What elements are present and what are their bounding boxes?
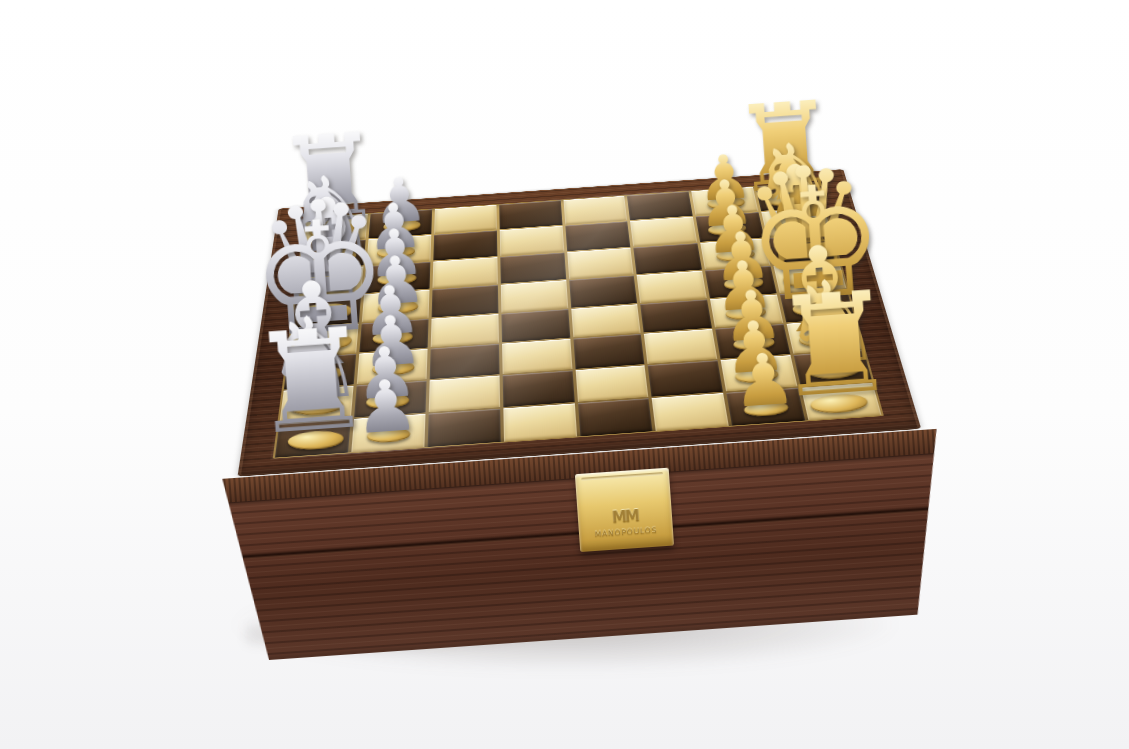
square-a6	[627, 191, 693, 220]
square-e7	[710, 294, 783, 327]
product-photo: ♜♟♟♜♞♟♟♞♝♟♟♝♛♟♟♛♚♟♟♚♝♟♟♝♞♟♟♞♜♟♟♜ MM MANO…	[0, 0, 1129, 749]
square-c6	[634, 243, 703, 274]
square-b6	[630, 217, 697, 247]
square-a3	[434, 205, 497, 234]
square-e1	[288, 324, 359, 358]
brand-logo-icon: MM	[611, 507, 638, 527]
square-a5	[563, 196, 627, 225]
square-e4	[501, 309, 570, 343]
square-c7	[700, 238, 770, 269]
square-g8	[794, 350, 872, 386]
square-c1	[296, 266, 363, 297]
square-b5	[565, 221, 631, 251]
square-e6	[641, 299, 713, 332]
square-d4	[500, 280, 567, 312]
square-d2	[362, 290, 430, 322]
square-e5	[571, 304, 641, 337]
square-h2	[351, 414, 425, 452]
square-b4	[499, 226, 563, 256]
square-f2	[357, 349, 428, 384]
square-b1	[299, 240, 365, 270]
square-a2	[368, 209, 431, 238]
square-g1	[279, 386, 353, 423]
square-h5	[578, 398, 653, 436]
brand-name: MANOPOULOS	[594, 526, 657, 539]
square-e8	[780, 289, 855, 322]
square-c2	[364, 262, 430, 293]
square-b3	[433, 230, 497, 260]
clasp: MM MANOPOULOS	[575, 468, 674, 552]
square-b7	[696, 212, 764, 242]
square-c5	[567, 248, 634, 279]
square-f6	[644, 329, 717, 364]
square-h8	[801, 383, 881, 421]
square-b2	[366, 235, 431, 265]
square-d8	[774, 261, 847, 293]
square-d1	[292, 294, 361, 327]
square-g5	[575, 365, 649, 401]
square-h6	[652, 393, 729, 431]
chessboard	[273, 182, 884, 459]
square-a1	[303, 214, 368, 243]
square-e2	[359, 319, 428, 353]
square-c8	[767, 234, 838, 265]
square-f5	[573, 334, 645, 369]
square-h3	[427, 409, 500, 447]
square-g6	[648, 360, 723, 396]
square-a7	[691, 187, 758, 216]
square-b8	[761, 208, 831, 238]
square-e3	[430, 314, 498, 348]
square-d5	[569, 275, 638, 307]
square-g4	[502, 371, 574, 407]
square-d3	[431, 285, 498, 317]
square-h4	[503, 404, 577, 442]
square-c3	[432, 257, 497, 288]
square-g3	[428, 376, 499, 413]
square-a8	[756, 182, 824, 210]
square-h1	[275, 419, 351, 457]
wood-frame	[237, 169, 921, 476]
board-tray	[237, 169, 921, 476]
square-f7	[715, 324, 790, 359]
square-d7	[705, 266, 776, 298]
square-f1	[284, 354, 356, 389]
square-g2	[354, 381, 426, 418]
square-h7	[727, 388, 806, 426]
square-f3	[429, 344, 499, 379]
chess-box: ♜♟♟♜♞♟♟♞♝♟♟♝♛♟♟♛♚♟♟♚♝♟♟♝♞♟♟♞♜♟♟♜ MM MANO…	[177, 92, 973, 689]
square-a4	[499, 200, 562, 229]
square-c4	[500, 252, 566, 283]
square-g7	[721, 355, 798, 391]
square-d6	[637, 271, 707, 303]
square-f4	[502, 339, 572, 374]
square-f8	[787, 319, 863, 354]
